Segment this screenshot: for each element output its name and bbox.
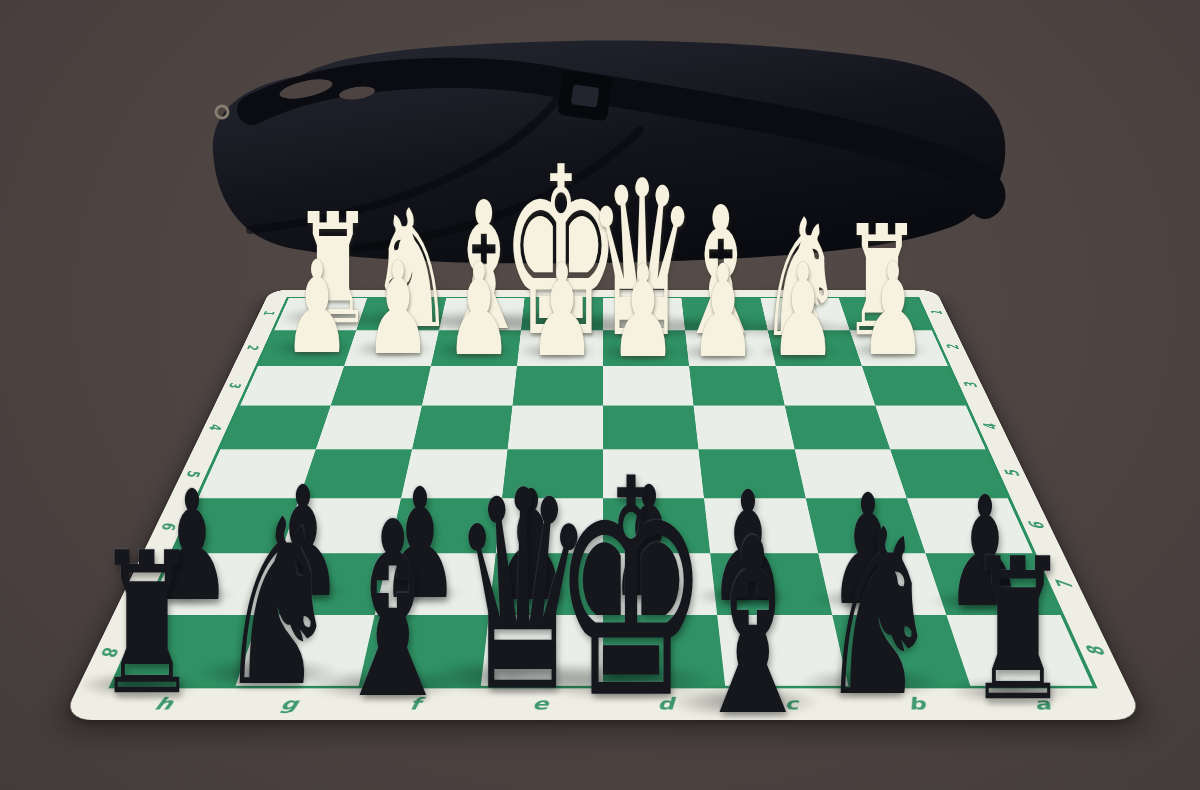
rank-label-left-2: 2 xyxy=(212,342,293,352)
rank-label-left-3: 3 xyxy=(192,379,278,390)
rank-label-right-3: 3 xyxy=(928,379,1014,390)
piece-e2-white-pawn[interactable]: ♟ xyxy=(528,247,595,375)
rank-label-right-4: 4 xyxy=(945,421,1035,433)
piece-h8-black-rook[interactable]: ♜ xyxy=(96,527,199,723)
piece-g2-white-pawn[interactable]: ♟ xyxy=(364,245,431,373)
piece-f2-white-pawn[interactable]: ♟ xyxy=(445,246,512,374)
piece-a8-black-rook[interactable]: ♜ xyxy=(967,533,1070,729)
piece-c8-black-bishop[interactable]: ♝ xyxy=(689,507,816,749)
square-b4[interactable] xyxy=(784,406,890,450)
piece-b8-black-knight[interactable]: ♞ xyxy=(819,499,939,728)
piece-f8-black-bishop[interactable]: ♝ xyxy=(329,490,456,732)
piece-d2-white-pawn[interactable]: ♟ xyxy=(609,248,676,376)
square-g4[interactable] xyxy=(316,406,422,450)
photo-scene: 12345678 12345678 hgfedcba ♜♞♝♚♛♝♞♜♟♟♟♟♟… xyxy=(0,0,1200,790)
piece-c2-white-pawn[interactable]: ♟ xyxy=(689,248,756,376)
piece-a2-white-pawn[interactable]: ♟ xyxy=(859,246,926,374)
piece-g8-black-knight[interactable]: ♞ xyxy=(218,489,338,718)
piece-h2-white-pawn[interactable]: ♟ xyxy=(283,244,350,372)
piece-d8-black-king[interactable]: ♚ xyxy=(552,440,710,740)
rank-label-left-4: 4 xyxy=(170,421,260,433)
piece-b2-white-pawn[interactable]: ♟ xyxy=(769,247,836,375)
strap-buckle-slot xyxy=(571,84,600,107)
